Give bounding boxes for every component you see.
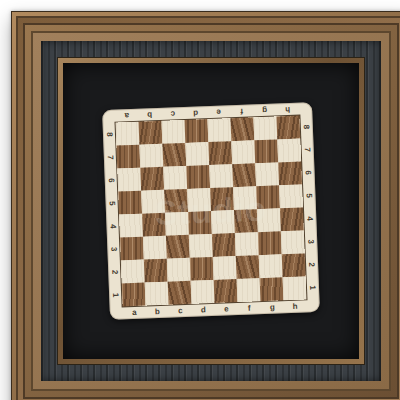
square-b8 bbox=[139, 121, 163, 145]
square-g5 bbox=[256, 185, 280, 209]
file-label-bottom-a: a bbox=[123, 306, 146, 320]
file-label-bottom-e: e bbox=[215, 302, 238, 316]
frame-mat: abcdefgh 87654321 87654321 abcdefgh Stud… bbox=[63, 63, 359, 359]
frame-slate-band: abcdefgh 87654321 87654321 abcdefgh Stud… bbox=[41, 41, 381, 381]
square-e6 bbox=[209, 164, 233, 188]
square-b3 bbox=[143, 236, 167, 260]
rank-label-right-4: 4 bbox=[298, 212, 321, 226]
rank-label-right-2: 2 bbox=[300, 258, 323, 272]
square-c3 bbox=[166, 235, 190, 259]
frame-molding-ridge: abcdefgh 87654321 87654321 abcdefgh Stud… bbox=[18, 18, 400, 400]
square-b6 bbox=[140, 167, 164, 191]
file-label-bottom-h: h bbox=[283, 299, 306, 313]
rank-label-left-3: 3 bbox=[102, 242, 125, 256]
rank-label-left-8: 8 bbox=[98, 127, 121, 141]
rank-label-left-2: 2 bbox=[103, 265, 126, 279]
square-c2 bbox=[167, 258, 191, 282]
rank-label-right-1: 1 bbox=[301, 281, 324, 295]
square-c4 bbox=[165, 212, 189, 236]
frame-molding-ridge: abcdefgh 87654321 87654321 abcdefgh Stud… bbox=[12, 12, 400, 400]
square-d1 bbox=[191, 280, 215, 304]
square-f6 bbox=[232, 163, 256, 187]
file-label-top-g: g bbox=[253, 103, 276, 117]
square-e2 bbox=[213, 256, 237, 280]
frame-inner-lip-face: abcdefgh 87654321 87654321 abcdefgh Stud… bbox=[58, 58, 364, 364]
square-f5 bbox=[233, 186, 257, 210]
square-c1 bbox=[168, 281, 192, 305]
rank-label-right-3: 3 bbox=[299, 235, 322, 249]
frame-inner-lip: abcdefgh 87654321 87654321 abcdefgh Stud… bbox=[57, 57, 365, 365]
file-label-top-d: d bbox=[184, 106, 207, 120]
square-d3 bbox=[189, 234, 213, 258]
square-e3 bbox=[212, 233, 236, 257]
square-c5 bbox=[164, 189, 188, 213]
square-g1 bbox=[260, 277, 284, 301]
square-g8 bbox=[253, 116, 277, 140]
frame-molding-groove: abcdefgh 87654321 87654321 abcdefgh Stud… bbox=[16, 16, 400, 400]
rank-label-right-7: 7 bbox=[295, 143, 318, 157]
frame-molding-groove: abcdefgh 87654321 87654321 abcdefgh Stud… bbox=[23, 23, 399, 399]
picture-frame: abcdefgh 87654321 87654321 abcdefgh Stud… bbox=[11, 11, 400, 400]
square-f7 bbox=[231, 140, 255, 164]
framed-chessboard-photo: abcdefgh 87654321 87654321 abcdefgh Stud… bbox=[0, 0, 400, 400]
frame-molding-ridge: abcdefgh 87654321 87654321 abcdefgh Stud… bbox=[25, 25, 397, 397]
rank-label-left-7: 7 bbox=[99, 150, 122, 164]
square-e7 bbox=[208, 141, 232, 165]
rank-label-left-5: 5 bbox=[100, 196, 123, 210]
file-label-top-c: c bbox=[161, 107, 184, 121]
square-d2 bbox=[190, 257, 214, 281]
square-c6 bbox=[163, 166, 187, 190]
board-grid bbox=[116, 116, 307, 307]
square-b1 bbox=[145, 282, 169, 306]
frame-molding-body: abcdefgh 87654321 87654321 abcdefgh Stud… bbox=[33, 33, 389, 389]
square-g3 bbox=[258, 231, 282, 255]
rank-label-left-6: 6 bbox=[100, 173, 123, 187]
file-label-bottom-c: c bbox=[169, 304, 192, 318]
square-c7 bbox=[162, 143, 186, 167]
square-f3 bbox=[235, 232, 259, 256]
frame-molding-groove: abcdefgh 87654321 87654321 abcdefgh Stud… bbox=[31, 31, 391, 391]
square-b7 bbox=[139, 144, 163, 168]
chess-board: abcdefgh 87654321 87654321 abcdefgh Stud… bbox=[102, 102, 320, 320]
square-e8 bbox=[207, 118, 231, 142]
file-label-bottom-d: d bbox=[192, 303, 215, 317]
square-b2 bbox=[144, 259, 168, 283]
rank-label-right-8: 8 bbox=[295, 120, 318, 134]
rank-label-left-1: 1 bbox=[104, 288, 127, 302]
rank-label-right-5: 5 bbox=[297, 189, 320, 203]
square-d5 bbox=[187, 188, 211, 212]
square-e1 bbox=[214, 279, 238, 303]
square-d8 bbox=[184, 119, 208, 143]
square-b5 bbox=[141, 190, 165, 214]
file-label-top-a: a bbox=[115, 109, 138, 123]
rank-label-left-4: 4 bbox=[101, 219, 124, 233]
square-g6 bbox=[255, 162, 279, 186]
rank-label-right-6: 6 bbox=[296, 166, 319, 180]
square-e5 bbox=[210, 187, 234, 211]
file-label-bottom-g: g bbox=[260, 300, 283, 314]
square-f1 bbox=[237, 278, 261, 302]
file-label-bottom-b: b bbox=[146, 305, 169, 319]
square-g4 bbox=[257, 208, 281, 232]
file-label-bottom-f: f bbox=[238, 301, 261, 315]
square-f4 bbox=[234, 209, 258, 233]
square-f2 bbox=[236, 255, 260, 279]
file-label-top-f: f bbox=[230, 104, 253, 118]
square-b4 bbox=[142, 213, 166, 237]
square-e4 bbox=[211, 210, 235, 234]
square-d4 bbox=[188, 211, 212, 235]
square-d7 bbox=[185, 142, 209, 166]
file-label-top-b: b bbox=[138, 108, 161, 122]
square-c8 bbox=[162, 120, 186, 144]
file-label-top-h: h bbox=[276, 103, 299, 117]
square-g2 bbox=[259, 254, 283, 278]
file-label-top-e: e bbox=[207, 105, 230, 119]
square-g7 bbox=[254, 139, 278, 163]
square-d6 bbox=[186, 165, 210, 189]
square-f8 bbox=[230, 117, 254, 141]
